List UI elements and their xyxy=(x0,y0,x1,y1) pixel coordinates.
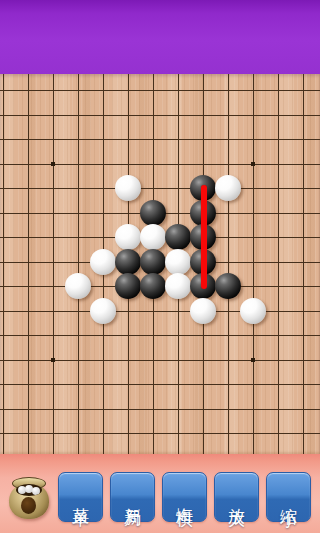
grid-line-v xyxy=(53,74,54,454)
grid-line-h xyxy=(0,115,320,116)
button-row: 菜单 新局 悔棋 放大 缩小 xyxy=(58,472,311,522)
stone-black xyxy=(115,273,141,299)
stone-black xyxy=(140,273,166,299)
bowl-opening xyxy=(16,484,42,496)
stone-white xyxy=(65,273,91,299)
star-point xyxy=(251,162,255,166)
stone-white xyxy=(190,298,216,324)
app-screen: 菜单 新局 悔棋 放大 缩小 xyxy=(0,0,320,533)
grid-line-h xyxy=(0,164,320,165)
grid-line-v xyxy=(278,74,279,454)
win-line xyxy=(201,185,207,289)
stone-white xyxy=(115,224,141,250)
stone-black xyxy=(165,224,191,250)
stone-white xyxy=(115,175,141,201)
star-point xyxy=(51,358,55,362)
grid-line-h xyxy=(0,384,320,385)
star-point xyxy=(51,162,55,166)
stone-white xyxy=(165,249,191,275)
stone-black xyxy=(140,249,166,275)
stone-white xyxy=(240,298,266,324)
bowl-knot xyxy=(21,497,36,514)
grid-line-h xyxy=(0,360,320,361)
stone-white xyxy=(165,273,191,299)
zoom-out-button[interactable]: 缩小 xyxy=(266,472,311,522)
grid-line-v xyxy=(3,74,4,454)
grid-line-h xyxy=(0,311,320,312)
grid-line-h xyxy=(0,409,320,410)
stone-white xyxy=(90,249,116,275)
grid-line-v xyxy=(253,74,254,454)
undo-button[interactable]: 悔棋 xyxy=(162,472,207,522)
stone-black xyxy=(115,249,141,275)
gomoku-board[interactable] xyxy=(0,74,320,454)
undo-button-label: 悔棋 xyxy=(176,494,193,500)
stone-white xyxy=(215,175,241,201)
grid-line-h xyxy=(0,433,320,434)
grid-line-v xyxy=(28,74,29,454)
menu-button[interactable]: 菜单 xyxy=(58,472,103,522)
new-game-button-label: 新局 xyxy=(124,494,141,500)
grid-line-v xyxy=(78,74,79,454)
menu-button-label: 菜单 xyxy=(72,494,89,500)
top-banner xyxy=(0,0,320,74)
stone-white xyxy=(90,298,116,324)
grid-line-h xyxy=(0,90,320,91)
stone-white xyxy=(140,224,166,250)
star-point xyxy=(251,358,255,362)
zoom-in-button-label: 放大 xyxy=(228,494,245,500)
stone-black xyxy=(140,200,166,226)
grid-line-v xyxy=(303,74,304,454)
bowl-white-stone xyxy=(32,487,40,495)
stone-black xyxy=(215,273,241,299)
grid-line-v xyxy=(228,74,229,454)
grid-line-h xyxy=(0,335,320,336)
toolbar: 菜单 新局 悔棋 放大 缩小 xyxy=(0,454,320,533)
zoom-in-button[interactable]: 放大 xyxy=(214,472,259,522)
grid-line-h xyxy=(0,188,320,189)
new-game-button[interactable]: 新局 xyxy=(110,472,155,522)
zoom-out-button-label: 缩小 xyxy=(280,494,297,500)
stone-bowl-icon xyxy=(9,477,49,519)
grid-line-h xyxy=(0,139,320,140)
